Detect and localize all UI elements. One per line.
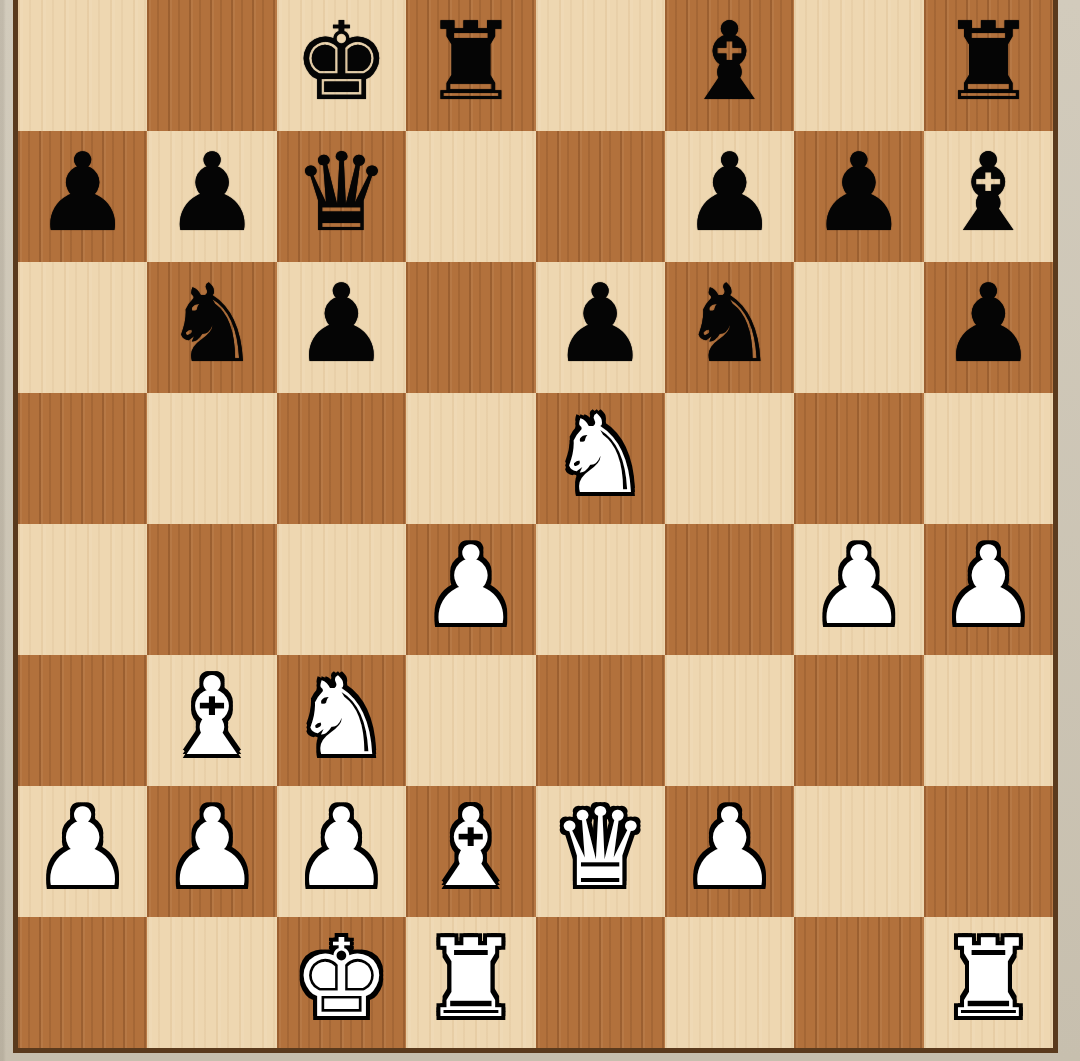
square-a1[interactable]: [18, 917, 147, 1048]
square-g6[interactable]: [794, 262, 923, 393]
board-frame: ♚♜♝♜♟♟♛♟♟♝♞♟♟♞♟♞♟♟♟♝♞♟♟♟♝♛♟♚♜♜: [13, 0, 1058, 1053]
square-a7[interactable]: ♟: [18, 131, 147, 262]
piece-white-knight[interactable]: ♞: [552, 401, 649, 509]
piece-black-pawn[interactable]: ♟: [34, 139, 131, 247]
square-h2[interactable]: [924, 786, 1053, 917]
piece-white-bishop[interactable]: ♝: [422, 794, 519, 902]
square-d4[interactable]: ♟: [406, 524, 535, 655]
square-c8[interactable]: ♚: [277, 0, 406, 131]
square-e4[interactable]: [536, 524, 665, 655]
piece-black-pawn[interactable]: ♟: [811, 139, 908, 247]
square-d8[interactable]: ♜: [406, 0, 535, 131]
piece-black-pawn[interactable]: ♟: [164, 139, 261, 247]
piece-black-bishop[interactable]: ♝: [681, 8, 778, 116]
piece-black-rook[interactable]: ♜: [422, 8, 519, 116]
square-g7[interactable]: ♟: [794, 131, 923, 262]
square-g4[interactable]: ♟: [794, 524, 923, 655]
chess-board[interactable]: ♚♜♝♜♟♟♛♟♟♝♞♟♟♞♟♞♟♟♟♝♞♟♟♟♝♛♟♚♜♜: [18, 0, 1053, 1048]
square-c1[interactable]: ♚: [277, 917, 406, 1048]
square-a3[interactable]: [18, 655, 147, 786]
square-a5[interactable]: [18, 393, 147, 524]
piece-white-pawn[interactable]: ♟: [811, 532, 908, 640]
piece-black-pawn[interactable]: ♟: [940, 270, 1037, 378]
square-c3[interactable]: ♞: [277, 655, 406, 786]
piece-white-pawn[interactable]: ♟: [940, 532, 1037, 640]
square-b6[interactable]: ♞: [147, 262, 276, 393]
piece-black-pawn[interactable]: ♟: [552, 270, 649, 378]
square-h8[interactable]: ♜: [924, 0, 1053, 131]
piece-black-knight[interactable]: ♞: [164, 270, 261, 378]
square-e3[interactable]: [536, 655, 665, 786]
square-a2[interactable]: ♟: [18, 786, 147, 917]
square-b8[interactable]: [147, 0, 276, 131]
piece-white-rook[interactable]: ♜: [940, 925, 1037, 1033]
piece-white-pawn[interactable]: ♟: [681, 794, 778, 902]
piece-white-pawn[interactable]: ♟: [293, 794, 390, 902]
square-c6[interactable]: ♟: [277, 262, 406, 393]
square-f5[interactable]: [665, 393, 794, 524]
square-d2[interactable]: ♝: [406, 786, 535, 917]
square-g3[interactable]: [794, 655, 923, 786]
piece-white-rook[interactable]: ♜: [422, 925, 519, 1033]
square-d6[interactable]: [406, 262, 535, 393]
square-f7[interactable]: ♟: [665, 131, 794, 262]
square-b5[interactable]: [147, 393, 276, 524]
square-b4[interactable]: [147, 524, 276, 655]
piece-white-pawn[interactable]: ♟: [422, 532, 519, 640]
square-f3[interactable]: [665, 655, 794, 786]
square-d5[interactable]: [406, 393, 535, 524]
square-c2[interactable]: ♟: [277, 786, 406, 917]
square-a6[interactable]: [18, 262, 147, 393]
square-h1[interactable]: ♜: [924, 917, 1053, 1048]
piece-black-pawn[interactable]: ♟: [681, 139, 778, 247]
square-c7[interactable]: ♛: [277, 131, 406, 262]
piece-white-king[interactable]: ♚: [293, 925, 390, 1033]
square-b2[interactable]: ♟: [147, 786, 276, 917]
square-f2[interactable]: ♟: [665, 786, 794, 917]
square-h5[interactable]: [924, 393, 1053, 524]
square-a4[interactable]: [18, 524, 147, 655]
square-f8[interactable]: ♝: [665, 0, 794, 131]
piece-white-knight[interactable]: ♞: [293, 663, 390, 771]
square-e5[interactable]: ♞: [536, 393, 665, 524]
square-b7[interactable]: ♟: [147, 131, 276, 262]
piece-black-knight[interactable]: ♞: [681, 270, 778, 378]
piece-white-pawn[interactable]: ♟: [34, 794, 131, 902]
square-f4[interactable]: [665, 524, 794, 655]
square-h3[interactable]: [924, 655, 1053, 786]
board-margin: ♚♜♝♜♟♟♛♟♟♝♞♟♟♞♟♞♟♟♟♝♞♟♟♟♝♛♟♚♜♜: [0, 0, 1080, 1061]
piece-black-bishop[interactable]: ♝: [940, 139, 1037, 247]
square-b1[interactable]: [147, 917, 276, 1048]
square-g1[interactable]: [794, 917, 923, 1048]
square-h7[interactable]: ♝: [924, 131, 1053, 262]
piece-black-rook[interactable]: ♜: [940, 8, 1037, 116]
square-d7[interactable]: [406, 131, 535, 262]
square-e6[interactable]: ♟: [536, 262, 665, 393]
square-c4[interactable]: [277, 524, 406, 655]
square-e2[interactable]: ♛: [536, 786, 665, 917]
piece-black-king[interactable]: ♚: [293, 8, 390, 116]
square-e7[interactable]: [536, 131, 665, 262]
square-g2[interactable]: [794, 786, 923, 917]
square-g5[interactable]: [794, 393, 923, 524]
square-h4[interactable]: ♟: [924, 524, 1053, 655]
piece-black-queen[interactable]: ♛: [293, 139, 390, 247]
piece-black-pawn[interactable]: ♟: [293, 270, 390, 378]
square-f6[interactable]: ♞: [665, 262, 794, 393]
square-c5[interactable]: [277, 393, 406, 524]
square-h6[interactable]: ♟: [924, 262, 1053, 393]
piece-white-pawn[interactable]: ♟: [164, 794, 261, 902]
square-d1[interactable]: ♜: [406, 917, 535, 1048]
square-b3[interactable]: ♝: [147, 655, 276, 786]
square-d3[interactable]: [406, 655, 535, 786]
square-a8[interactable]: [18, 0, 147, 131]
square-f1[interactable]: [665, 917, 794, 1048]
piece-white-bishop[interactable]: ♝: [164, 663, 261, 771]
piece-white-queen[interactable]: ♛: [552, 794, 649, 902]
square-e8[interactable]: [536, 0, 665, 131]
square-e1[interactable]: [536, 917, 665, 1048]
square-g8[interactable]: [794, 0, 923, 131]
